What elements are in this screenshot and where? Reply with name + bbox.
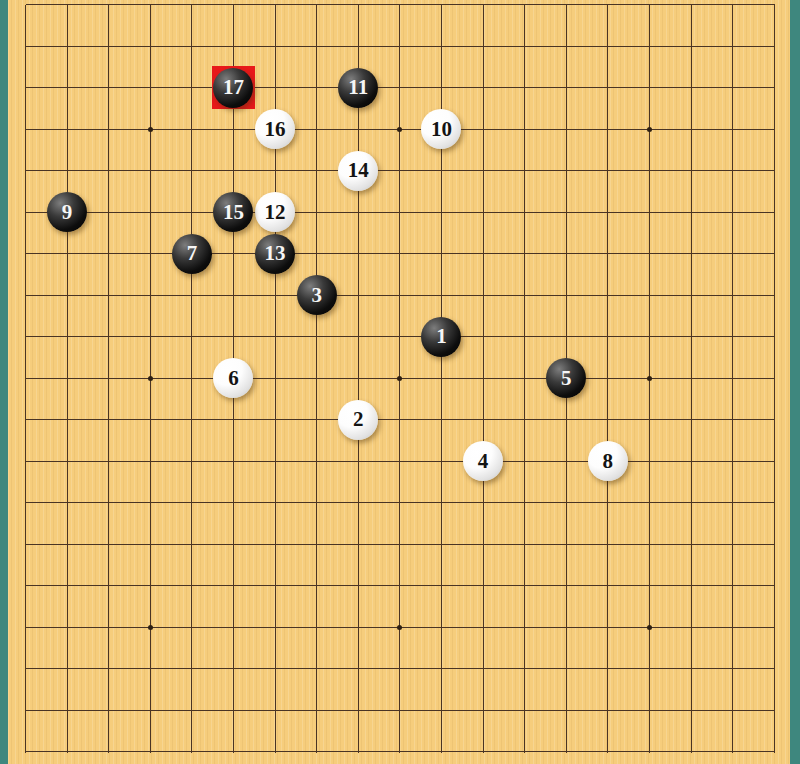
stone-move-number: 8: [603, 451, 614, 472]
stone-move-number: 5: [561, 368, 572, 389]
stone-move-number: 6: [228, 368, 239, 389]
stone-move-number: 12: [265, 202, 286, 223]
stone-move-number: 11: [348, 77, 368, 98]
stone-move-number: 2: [353, 409, 364, 430]
stone-black-1: 1: [421, 317, 461, 357]
stone-black-9: 9: [47, 192, 87, 232]
go-board[interactable]: 1234567891011121314151617: [8, 0, 790, 764]
stone-white-12: 12: [255, 192, 295, 232]
stone-white-2: 2: [338, 400, 378, 440]
page-background: 1234567891011121314151617: [0, 0, 800, 764]
stone-move-number: 15: [223, 202, 244, 223]
stone-black-17: 17: [213, 68, 253, 108]
stone-white-16: 16: [255, 109, 295, 149]
stone-white-14: 14: [338, 151, 378, 191]
stones-layer: 1234567891011121314151617: [5, 0, 795, 764]
stone-white-4: 4: [463, 441, 503, 481]
stone-move-number: 14: [348, 160, 369, 181]
stone-black-5: 5: [546, 358, 586, 398]
stone-move-number: 13: [265, 243, 286, 264]
stone-white-6: 6: [213, 358, 253, 398]
stone-move-number: 17: [223, 77, 244, 98]
stone-move-number: 10: [431, 119, 452, 140]
stone-black-15: 15: [213, 192, 253, 232]
stone-black-13: 13: [255, 234, 295, 274]
stone-move-number: 16: [265, 119, 286, 140]
stone-white-8: 8: [588, 441, 628, 481]
stone-move-number: 3: [311, 285, 322, 306]
stone-move-number: 9: [62, 202, 73, 223]
stone-move-number: 4: [478, 451, 489, 472]
stone-move-number: 7: [187, 243, 198, 264]
stone-white-10: 10: [421, 109, 461, 149]
stone-black-7: 7: [172, 234, 212, 274]
stone-black-3: 3: [297, 275, 337, 315]
stone-move-number: 1: [436, 326, 447, 347]
stone-black-11: 11: [338, 68, 378, 108]
